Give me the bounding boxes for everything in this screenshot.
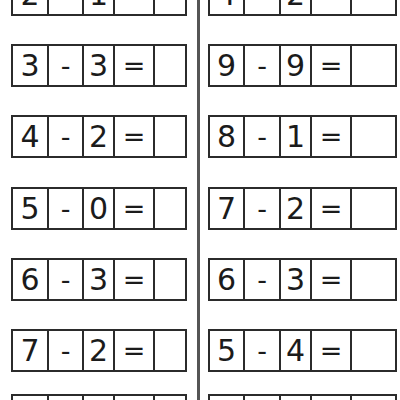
answer-cell [153,331,185,370]
minuend-cell [13,396,47,400]
minuend-cell [210,396,243,400]
operator-cell: - [47,46,82,85]
subtrahend-cell: 3 [82,46,113,85]
operator-cell: - [47,331,82,370]
equals-cell: = [310,117,350,156]
minuend-cell: 8 [210,117,243,156]
minuend-cell: 9 [210,46,243,85]
operator-cell [243,396,279,400]
minuend-cell: 5 [210,331,243,370]
subtrahend-cell: 4 [279,331,310,370]
equals-cell: = [113,0,153,14]
problem-row-left-next-partial [11,394,187,400]
problem-row-left-3: 4 - 2 = [11,115,187,158]
equals-cell: = [310,331,350,370]
subtrahend-cell: 3 [82,260,113,299]
answer-cell [350,189,395,228]
operator-cell: - [243,260,279,299]
answer-cell [350,396,395,400]
minuend-cell: 7 [210,189,243,228]
problem-row-left-5: 6 - 3 = [11,258,187,301]
problem-row-right-4: 7 - 2 = [208,187,397,230]
operator-cell: - [243,46,279,85]
subtrahend-cell: 9 [279,46,310,85]
problem-row-left-6: 7 - 2 = [11,329,187,372]
equals-cell: = [310,189,350,228]
subtrahend-cell: 2 [279,189,310,228]
answer-cell [153,189,185,228]
subtrahend-cell: 1 [279,117,310,156]
answer-cell [350,117,395,156]
operator-cell: - [47,117,82,156]
answer-cell [350,260,395,299]
problem-row-right-3: 8 - 1 = [208,115,397,158]
answer-cell [153,46,185,85]
problem-row-right-next-partial [208,394,397,400]
operator-cell: - [47,0,82,14]
answer-cell [153,260,185,299]
answer-cell [153,117,185,156]
problem-row-left-4: 5 - 0 = [11,187,187,230]
minuend-cell: 2 [13,0,47,14]
answer-cell [153,0,185,14]
answer-cell [350,0,395,14]
problem-row-left-2: 3 - 3 = [11,44,187,87]
equals-cell: = [113,331,153,370]
equals-cell: = [113,260,153,299]
equals-cell: = [113,189,153,228]
subtrahend-cell [82,396,113,400]
subtrahend-cell [279,396,310,400]
equals-cell: = [310,46,350,85]
equals-cell: = [310,260,350,299]
subtrahend-cell: 0 [82,189,113,228]
problem-row-left-1: 2 - 1 = [11,0,187,16]
problem-row-right-5: 6 - 3 = [208,258,397,301]
subtrahend-cell: 1 [82,0,113,14]
problem-row-right-2: 9 - 9 = [208,44,397,87]
minuend-cell: 5 [13,189,47,228]
subtrahend-cell: 2 [82,331,113,370]
minuend-cell: 4 [13,117,47,156]
subtrahend-cell: 2 [82,117,113,156]
equals-cell [310,396,350,400]
problem-row-right-1: 4 - 2 = [208,0,397,16]
minuend-cell: 4 [210,0,243,14]
minuend-cell: 7 [13,331,47,370]
subtrahend-cell: 3 [279,260,310,299]
answer-cell [350,46,395,85]
worksheet-page: 2 - 1 = 3 - 3 = 4 - 2 = 5 - 0 = 6 - 3 = … [0,0,400,400]
operator-cell: - [47,260,82,299]
operator-cell: - [243,117,279,156]
minuend-cell: 6 [13,260,47,299]
operator-cell: - [47,189,82,228]
operator-cell: - [243,331,279,370]
equals-cell: = [310,0,350,14]
operator-cell: - [243,0,279,14]
subtrahend-cell: 2 [279,0,310,14]
operator-cell [47,396,82,400]
answer-cell [350,331,395,370]
equals-cell: = [113,117,153,156]
equals-cell: = [113,46,153,85]
equals-cell [113,396,153,400]
problem-row-right-6: 5 - 4 = [208,329,397,372]
minuend-cell: 3 [13,46,47,85]
minuend-cell: 6 [210,260,243,299]
operator-cell: - [243,189,279,228]
column-divider [197,0,200,400]
answer-cell [153,396,185,400]
